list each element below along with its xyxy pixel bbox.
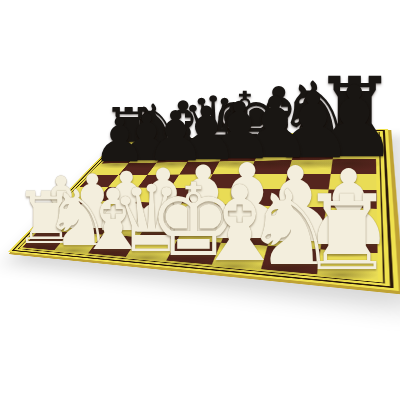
pieces-layer: ♜♞♝♛♚♝♞♜♟♟♟♟♟♟♟♟♟♟♟♟♟♟♟♟♜♞♝♛♚♝♞♜ bbox=[0, 0, 400, 400]
piece-white-rook-h1[interactable]: ♜ bbox=[301, 180, 394, 284]
photo-stage: ♜♞♝♛♚♝♞♜♟♟♟♟♟♟♟♟♟♟♟♟♟♟♟♟♜♞♝♛♚♝♞♜ bbox=[0, 0, 400, 400]
